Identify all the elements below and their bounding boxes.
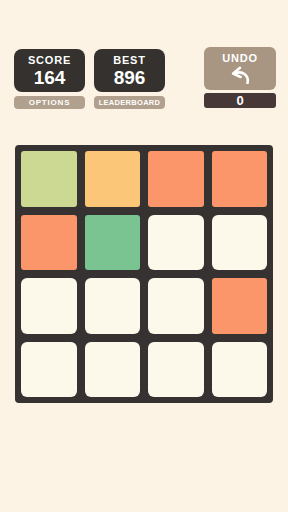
empty-cell [212,215,268,271]
best-label: BEST [113,54,146,67]
empty-cell [85,278,141,334]
undo-count-value: 0 [236,93,243,108]
undo-arrow-icon [227,66,253,87]
best-box: BEST 896 [94,49,165,92]
empty-cell [148,342,204,398]
tile-orange [148,151,204,207]
tile-green [85,215,141,271]
empty-cell [21,278,77,334]
empty-cell [148,215,204,271]
empty-cell [21,342,77,398]
tile-lightgreen [21,151,77,207]
tile-peach [85,151,141,207]
app-background: { "game": "2048", "variant": "4x4 color-… [0,0,288,512]
empty-cell [85,342,141,398]
undo-button[interactable]: UNDO [204,47,276,90]
options-button[interactable]: OPTIONS [14,96,85,109]
undo-label: UNDO [222,52,258,64]
tile-orange [212,151,268,207]
best-value: 896 [114,67,146,88]
leaderboard-button[interactable]: LEADERBOARD [94,96,165,109]
empty-cell [148,278,204,334]
undo-counter: 0 [204,93,276,108]
score-label: SCORE [28,54,71,67]
tile-orange [21,215,77,271]
score-box: SCORE 164 [14,49,85,92]
score-value: 164 [34,67,66,88]
empty-cell [212,342,268,398]
tile-orange [212,278,268,334]
game-board[interactable] [15,145,273,403]
